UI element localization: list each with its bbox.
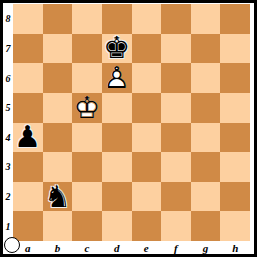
square-b2[interactable]: ♞ [43, 182, 73, 212]
square-b7[interactable] [43, 34, 73, 64]
square-f6[interactable] [161, 63, 191, 93]
chess-board: ♚♟♙♚♔♟♞ [13, 4, 250, 241]
rank-label-8: 8 [3, 4, 13, 34]
piece-black-knight-b2[interactable]: ♞ [43, 182, 73, 212]
square-e6[interactable] [132, 63, 162, 93]
square-c8[interactable] [72, 4, 102, 34]
piece-white-king-c5[interactable]: ♚♔ [72, 93, 102, 123]
square-c2[interactable] [72, 182, 102, 212]
file-label-e: e [132, 242, 162, 254]
square-f4[interactable] [161, 123, 191, 153]
square-e8[interactable] [132, 4, 162, 34]
square-a5[interactable] [13, 93, 43, 123]
rank-labels: 87654321 [3, 4, 13, 241]
black-king-glyph: ♚ [102, 34, 132, 64]
file-label-d: d [102, 242, 132, 254]
square-b5[interactable] [43, 93, 73, 123]
rank-label-3: 3 [3, 152, 13, 182]
square-g6[interactable] [191, 63, 221, 93]
square-c7[interactable] [72, 34, 102, 64]
square-h5[interactable] [220, 93, 250, 123]
square-d7[interactable]: ♚ [102, 34, 132, 64]
square-d8[interactable] [102, 4, 132, 34]
square-c3[interactable] [72, 152, 102, 182]
black-pawn-glyph: ♟ [13, 123, 43, 153]
square-c4[interactable] [72, 123, 102, 153]
square-h6[interactable] [220, 63, 250, 93]
square-a1[interactable] [13, 211, 43, 241]
white-to-move-indicator [4, 237, 20, 253]
square-e5[interactable] [132, 93, 162, 123]
square-g5[interactable] [191, 93, 221, 123]
square-f2[interactable] [161, 182, 191, 212]
square-h1[interactable] [220, 211, 250, 241]
square-a7[interactable] [13, 34, 43, 64]
file-label-f: f [161, 242, 191, 254]
square-g2[interactable] [191, 182, 221, 212]
square-e1[interactable] [132, 211, 162, 241]
square-c5[interactable]: ♚♔ [72, 93, 102, 123]
square-f1[interactable] [161, 211, 191, 241]
square-d4[interactable] [102, 123, 132, 153]
square-b3[interactable] [43, 152, 73, 182]
piece-black-pawn-a4[interactable]: ♟ [13, 123, 43, 153]
square-a6[interactable] [13, 63, 43, 93]
square-g4[interactable] [191, 123, 221, 153]
square-c1[interactable] [72, 211, 102, 241]
square-b8[interactable] [43, 4, 73, 34]
square-h2[interactable] [220, 182, 250, 212]
square-f8[interactable] [161, 4, 191, 34]
file-labels: abcdefgh [13, 242, 250, 254]
chess-diagram: 87654321 ♚♟♙♚♔♟♞ abcdefgh [0, 0, 257, 257]
rank-label-5: 5 [3, 93, 13, 123]
square-g8[interactable] [191, 4, 221, 34]
square-a2[interactable] [13, 182, 43, 212]
square-f3[interactable] [161, 152, 191, 182]
square-d5[interactable] [102, 93, 132, 123]
rank-label-6: 6 [3, 63, 13, 93]
black-knight-glyph: ♞ [43, 182, 73, 212]
file-label-h: h [220, 242, 250, 254]
square-g7[interactable] [191, 34, 221, 64]
rank-label-7: 7 [3, 34, 13, 64]
piece-white-pawn-d6[interactable]: ♟♙ [102, 63, 132, 93]
rank-label-4: 4 [3, 123, 13, 153]
square-d1[interactable] [102, 211, 132, 241]
square-e7[interactable] [132, 34, 162, 64]
square-e2[interactable] [132, 182, 162, 212]
file-label-g: g [191, 242, 221, 254]
square-g3[interactable] [191, 152, 221, 182]
square-a4[interactable]: ♟ [13, 123, 43, 153]
square-h3[interactable] [220, 152, 250, 182]
square-c6[interactable] [72, 63, 102, 93]
square-f7[interactable] [161, 34, 191, 64]
square-h8[interactable] [220, 4, 250, 34]
rank-label-2: 2 [3, 182, 13, 212]
square-d6[interactable]: ♟♙ [102, 63, 132, 93]
square-h4[interactable] [220, 123, 250, 153]
square-e4[interactable] [132, 123, 162, 153]
file-label-c: c [72, 242, 102, 254]
square-b6[interactable] [43, 63, 73, 93]
white-pawn-glyph-outline: ♙ [102, 63, 132, 93]
square-d2[interactable] [102, 182, 132, 212]
square-a8[interactable] [13, 4, 43, 34]
square-e3[interactable] [132, 152, 162, 182]
file-label-b: b [43, 242, 73, 254]
white-king-glyph-outline: ♔ [72, 93, 102, 123]
square-h7[interactable] [220, 34, 250, 64]
square-g1[interactable] [191, 211, 221, 241]
piece-black-king-d7[interactable]: ♚ [102, 34, 132, 64]
square-f5[interactable] [161, 93, 191, 123]
square-d3[interactable] [102, 152, 132, 182]
square-b1[interactable] [43, 211, 73, 241]
square-a3[interactable] [13, 152, 43, 182]
square-b4[interactable] [43, 123, 73, 153]
